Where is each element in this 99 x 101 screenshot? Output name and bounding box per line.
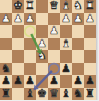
piece-wP-g2[interactable]: ♟ [13,12,23,25]
square-d8[interactable]: ♛ [48,88,60,101]
square-b3[interactable] [72,25,84,38]
square-g5[interactable] [12,50,24,63]
piece-wP-f2[interactable]: ♟ [25,12,35,25]
piece-bR-a8[interactable]: ♜ [85,87,95,100]
piece-wP-c2[interactable]: ♟ [61,12,71,25]
square-b5[interactable] [72,50,84,63]
piece-wP-b2[interactable]: ♟ [73,12,83,25]
square-g7[interactable]: ♟ [12,75,24,88]
square-d4[interactable] [48,38,60,51]
piece-bK-e8[interactable]: ♚ [37,87,47,100]
piece-bP-g7[interactable]: ♟ [13,75,23,88]
piece-wN-e5[interactable]: ♞ [37,50,47,63]
square-h4[interactable] [0,38,12,51]
square-f2[interactable]: ♟ [24,13,36,26]
square-e1[interactable] [36,0,48,13]
square-a2[interactable]: ♟ [84,13,96,26]
piece-wP-h2[interactable]: ♟ [1,12,11,25]
square-a4[interactable] [84,38,96,51]
square-e5[interactable]: ♞ [36,50,48,63]
chess-app: ♚♜♛♝♞♜♟♟♟♟♟♟♟♟♝♞♞♟♟♟♟♟♟♟♜♝♚♛♝♞♜ [0,0,99,100]
square-a5[interactable] [84,50,96,63]
square-e2[interactable] [36,13,48,26]
square-h8[interactable]: ♜ [0,88,12,101]
piece-wP-d3[interactable]: ♟ [49,25,59,38]
square-c4[interactable]: ♝ [60,38,72,51]
square-h3[interactable] [0,25,12,38]
square-a3[interactable] [84,25,96,38]
square-d5[interactable] [48,50,60,63]
chess-board: ♚♜♛♝♞♜♟♟♟♟♟♟♟♟♝♞♞♟♟♟♟♟♟♟♜♝♚♛♝♞♜ [0,0,96,100]
square-g3[interactable] [12,25,24,38]
square-b8[interactable]: ♞ [72,88,84,101]
square-c6[interactable]: ♟ [60,63,72,76]
square-d1[interactable]: ♛ [48,0,60,13]
square-c2[interactable]: ♟ [60,13,72,26]
square-g8[interactable] [12,88,24,101]
square-f8[interactable]: ♝ [24,88,36,101]
square-h2[interactable]: ♟ [0,13,12,26]
square-b2[interactable]: ♟ [72,13,84,26]
square-f5[interactable] [24,50,36,63]
piece-wB-c4[interactable]: ♝ [61,37,71,50]
square-e6[interactable] [36,63,48,76]
square-a8[interactable]: ♜ [84,88,96,101]
piece-wP-a2[interactable]: ♟ [85,12,95,25]
piece-wQ-d1[interactable]: ♛ [49,0,59,12]
piece-bR-h8[interactable]: ♜ [1,87,11,100]
square-d3[interactable]: ♟ [48,25,60,38]
piece-bN-b8[interactable]: ♞ [73,87,83,100]
square-e8[interactable]: ♚ [36,88,48,101]
piece-bP-c6[interactable]: ♟ [61,62,71,75]
piece-bB-f8[interactable]: ♝ [25,87,35,100]
square-f4[interactable] [24,38,36,51]
square-f3[interactable] [24,25,36,38]
square-g4[interactable] [12,38,24,51]
piece-bQ-d8[interactable]: ♛ [49,87,59,100]
square-c8[interactable]: ♝ [60,88,72,101]
page-background-strip [96,0,99,100]
piece-bB-c8[interactable]: ♝ [61,87,71,100]
square-g2[interactable]: ♟ [12,13,24,26]
square-b4[interactable] [72,38,84,51]
